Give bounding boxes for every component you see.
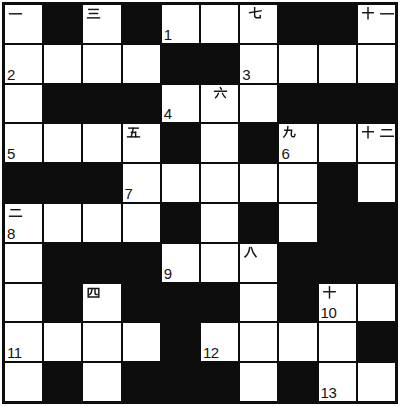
crossword-grid: 12345678910111213: [2, 2, 398, 404]
cell-r1c5[interactable]: 1: [162, 5, 199, 43]
cell-r6c4[interactable]: [123, 204, 160, 242]
cell-r1c6[interactable]: [201, 5, 238, 43]
cell-r9c8[interactable]: [279, 323, 316, 361]
chinese-numeral-4: [361, 6, 395, 21]
cell-r7c5[interactable]: 9: [162, 244, 199, 282]
cell-r7c1[interactable]: [5, 244, 42, 282]
cell-r3c3: [83, 85, 120, 123]
cell-r10c6: [201, 363, 238, 401]
cell-r1c2: [44, 5, 81, 43]
cell-r7c9: [319, 244, 356, 282]
cell-r10c10[interactable]: [358, 363, 395, 401]
cell-r10c3[interactable]: [83, 363, 120, 401]
cell-r6c10: [358, 204, 395, 242]
cell-r5c3: [83, 164, 120, 202]
cell-r7c2: [44, 244, 81, 282]
cell-r4c9[interactable]: [319, 124, 356, 162]
cell-r2c1[interactable]: 2: [5, 45, 42, 83]
clue-number-12: 12: [203, 345, 219, 360]
cell-r7c6[interactable]: [201, 244, 238, 282]
cell-r5c5[interactable]: [162, 164, 199, 202]
cell-r4c10[interactable]: [358, 124, 395, 162]
cell-r4c5: [162, 124, 199, 162]
cell-r3c6[interactable]: [201, 85, 238, 123]
chinese-numeral-2: [86, 6, 101, 21]
cell-r3c1[interactable]: [5, 85, 42, 123]
clue-number-5: 5: [7, 146, 15, 161]
cell-r6c2[interactable]: [44, 204, 81, 242]
cell-r10c1[interactable]: [5, 363, 42, 401]
cell-r3c2: [44, 85, 81, 123]
cell-r9c5: [162, 323, 199, 361]
cell-r10c8: [279, 363, 316, 401]
cell-r7c4: [123, 244, 160, 282]
cell-r3c8: [279, 85, 316, 123]
cell-r4c8[interactable]: 6: [279, 124, 316, 162]
cell-r8c4: [123, 284, 160, 322]
cell-r4c6[interactable]: [201, 124, 238, 162]
cell-r3c7[interactable]: [240, 85, 277, 123]
clue-number-13: 13: [321, 385, 337, 400]
clue-number-6: 6: [281, 146, 289, 161]
cell-r3c4: [123, 85, 160, 123]
clue-number-10: 10: [321, 305, 337, 320]
cell-r9c6[interactable]: 12: [201, 323, 238, 361]
cell-r6c9: [319, 204, 356, 242]
cell-r2c4[interactable]: [123, 45, 160, 83]
cell-r5c8[interactable]: [279, 164, 316, 202]
cell-r8c3[interactable]: [83, 284, 120, 322]
chinese-numeral-7: [282, 125, 297, 140]
cell-r6c7: [240, 204, 277, 242]
cell-r5c7[interactable]: [240, 164, 277, 202]
cell-r2c2[interactable]: [44, 45, 81, 83]
cell-r8c9[interactable]: 10: [319, 284, 356, 322]
cell-r4c4[interactable]: [123, 124, 160, 162]
cell-r3c9: [319, 85, 356, 123]
cell-r2c5: [162, 45, 199, 83]
clue-number-7: 7: [125, 186, 133, 201]
cell-r10c2: [44, 363, 81, 401]
cell-r10c9[interactable]: 13: [319, 363, 356, 401]
cell-r1c4: [123, 5, 160, 43]
cell-r5c4[interactable]: 7: [123, 164, 160, 202]
cell-r2c6: [201, 45, 238, 83]
cell-r5c6[interactable]: [201, 164, 238, 202]
chinese-numeral-5: [213, 86, 228, 101]
cell-r9c7[interactable]: [240, 323, 277, 361]
chinese-numeral-9: [8, 205, 23, 220]
cell-r5c1: [5, 164, 42, 202]
cell-r8c8: [279, 284, 316, 322]
cell-r1c7[interactable]: [240, 5, 277, 43]
cell-r4c1[interactable]: 5: [5, 124, 42, 162]
cell-r6c1[interactable]: 8: [5, 204, 42, 242]
cell-r1c9: [319, 5, 356, 43]
cell-r3c5[interactable]: 4: [162, 85, 199, 123]
cell-r6c6[interactable]: [201, 204, 238, 242]
cell-r8c2: [44, 284, 81, 322]
cell-r5c2: [44, 164, 81, 202]
clue-number-3: 3: [242, 67, 250, 82]
cell-r2c3[interactable]: [83, 45, 120, 83]
chinese-numeral-1: [8, 6, 23, 21]
clue-number-2: 2: [7, 67, 15, 82]
cell-r6c5: [162, 204, 199, 242]
chinese-numeral-3: [248, 6, 263, 21]
cell-r9c9[interactable]: [319, 323, 356, 361]
cell-r9c1[interactable]: 11: [5, 323, 42, 361]
cell-r6c3[interactable]: [83, 204, 120, 242]
cell-r2c10[interactable]: [358, 45, 395, 83]
cell-r5c9: [319, 164, 356, 202]
clue-number-4: 4: [164, 106, 172, 121]
cell-r2c7[interactable]: 3: [240, 45, 277, 83]
clue-number-9: 9: [164, 266, 172, 281]
cell-r9c2[interactable]: [44, 323, 81, 361]
chinese-numeral-11: [86, 285, 101, 300]
cell-r2c8[interactable]: [279, 45, 316, 83]
chinese-numeral-10: [243, 245, 258, 260]
cell-r10c5: [162, 363, 199, 401]
cell-r6c8[interactable]: [279, 204, 316, 242]
cell-r10c7[interactable]: [240, 363, 277, 401]
cell-r9c4[interactable]: [123, 323, 160, 361]
cell-r1c8: [279, 5, 316, 43]
cell-r10c4: [123, 363, 160, 401]
clue-number-1: 1: [164, 27, 172, 42]
cell-r7c3: [83, 244, 120, 282]
cell-r1c3[interactable]: [83, 5, 120, 43]
cell-r4c3[interactable]: [83, 124, 120, 162]
cell-r7c8: [279, 244, 316, 282]
chinese-numeral-12: [322, 285, 337, 300]
cell-r8c1[interactable]: [5, 284, 42, 322]
cell-r3c10: [358, 85, 395, 123]
cell-r8c5: [162, 284, 199, 322]
cell-r7c7[interactable]: [240, 244, 277, 282]
cell-r4c2[interactable]: [44, 124, 81, 162]
cell-r8c6: [201, 284, 238, 322]
cell-r5c10[interactable]: [358, 164, 395, 202]
clue-number-11: 11: [7, 345, 22, 360]
cell-r8c10[interactable]: [358, 284, 395, 322]
cell-r9c3[interactable]: [83, 323, 120, 361]
cell-r1c10[interactable]: [358, 5, 395, 43]
clue-number-8: 8: [7, 226, 15, 241]
cell-r9c10: [358, 323, 395, 361]
cell-r8c7[interactable]: [240, 284, 277, 322]
cell-r2c9[interactable]: [319, 45, 356, 83]
cell-r1c1[interactable]: [5, 5, 42, 43]
chinese-numeral-8: [361, 125, 395, 140]
chinese-numeral-6: [126, 125, 141, 140]
cell-r7c10: [358, 244, 395, 282]
cell-r4c7: [240, 124, 277, 162]
